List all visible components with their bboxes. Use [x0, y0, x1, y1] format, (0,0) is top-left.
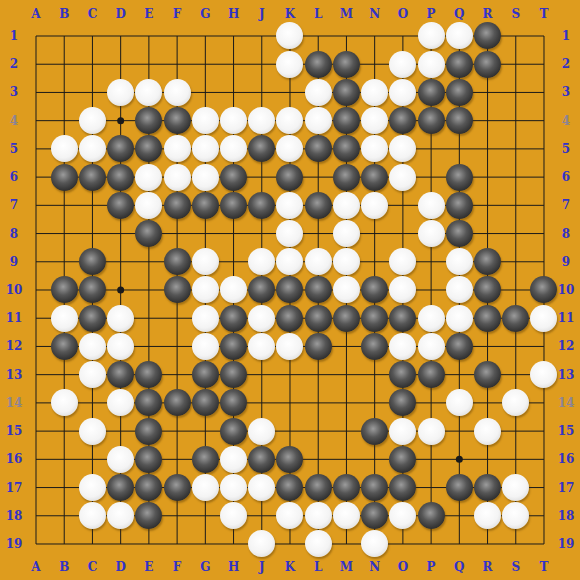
point-F14[interactable]: [163, 389, 191, 417]
point-S19[interactable]: [502, 530, 530, 558]
point-L17[interactable]: [304, 473, 332, 501]
point-J9[interactable]: [248, 248, 276, 276]
point-R17[interactable]: [473, 473, 501, 501]
point-J3[interactable]: [248, 78, 276, 106]
point-E5[interactable]: [135, 135, 163, 163]
point-F1[interactable]: [163, 22, 191, 50]
point-O5[interactable]: [389, 135, 417, 163]
point-J15[interactable]: [248, 417, 276, 445]
point-G15[interactable]: [191, 417, 219, 445]
point-S15[interactable]: [502, 417, 530, 445]
point-E14[interactable]: [135, 389, 163, 417]
point-G17[interactable]: [191, 473, 219, 501]
point-L8[interactable]: [304, 219, 332, 247]
point-N17[interactable]: [361, 473, 389, 501]
point-T5[interactable]: [530, 135, 558, 163]
point-G2[interactable]: [191, 50, 219, 78]
point-F8[interactable]: [163, 219, 191, 247]
point-Q4[interactable]: [445, 107, 473, 135]
point-A13[interactable]: [22, 361, 50, 389]
point-T9[interactable]: [530, 248, 558, 276]
point-N7[interactable]: [361, 191, 389, 219]
point-M8[interactable]: [332, 219, 360, 247]
point-O7[interactable]: [389, 191, 417, 219]
point-M5[interactable]: [332, 135, 360, 163]
point-P10[interactable]: [417, 276, 445, 304]
point-A9[interactable]: [22, 248, 50, 276]
point-E1[interactable]: [135, 22, 163, 50]
point-D11[interactable]: [107, 304, 135, 332]
point-J1[interactable]: [248, 22, 276, 50]
point-A17[interactable]: [22, 473, 50, 501]
point-K19[interactable]: [276, 530, 304, 558]
point-B15[interactable]: [50, 417, 78, 445]
point-A2[interactable]: [22, 50, 50, 78]
point-G6[interactable]: [191, 163, 219, 191]
point-F6[interactable]: [163, 163, 191, 191]
point-O2[interactable]: [389, 50, 417, 78]
point-G10[interactable]: [191, 276, 219, 304]
point-C6[interactable]: [78, 163, 106, 191]
point-J4[interactable]: [248, 107, 276, 135]
point-G9[interactable]: [191, 248, 219, 276]
point-J11[interactable]: [248, 304, 276, 332]
point-A1[interactable]: [22, 22, 50, 50]
point-G14[interactable]: [191, 389, 219, 417]
point-T14[interactable]: [530, 389, 558, 417]
point-B7[interactable]: [50, 191, 78, 219]
point-C16[interactable]: [78, 445, 106, 473]
point-F19[interactable]: [163, 530, 191, 558]
point-Q16[interactable]: [445, 445, 473, 473]
point-K14[interactable]: [276, 389, 304, 417]
point-P14[interactable]: [417, 389, 445, 417]
point-C13[interactable]: [78, 361, 106, 389]
point-R18[interactable]: [473, 502, 501, 530]
point-M6[interactable]: [332, 163, 360, 191]
point-N18[interactable]: [361, 502, 389, 530]
point-G11[interactable]: [191, 304, 219, 332]
point-O4[interactable]: [389, 107, 417, 135]
point-K2[interactable]: [276, 50, 304, 78]
point-E10[interactable]: [135, 276, 163, 304]
point-R19[interactable]: [473, 530, 501, 558]
point-C3[interactable]: [78, 78, 106, 106]
point-H16[interactable]: [219, 445, 247, 473]
point-N4[interactable]: [361, 107, 389, 135]
point-D7[interactable]: [107, 191, 135, 219]
point-R13[interactable]: [473, 361, 501, 389]
point-J19[interactable]: [248, 530, 276, 558]
point-O10[interactable]: [389, 276, 417, 304]
point-R3[interactable]: [473, 78, 501, 106]
point-P16[interactable]: [417, 445, 445, 473]
point-A15[interactable]: [22, 417, 50, 445]
point-D19[interactable]: [107, 530, 135, 558]
point-F3[interactable]: [163, 78, 191, 106]
point-L12[interactable]: [304, 332, 332, 360]
point-F4[interactable]: [163, 107, 191, 135]
point-T3[interactable]: [530, 78, 558, 106]
point-N2[interactable]: [361, 50, 389, 78]
point-N16[interactable]: [361, 445, 389, 473]
point-N14[interactable]: [361, 389, 389, 417]
point-K4[interactable]: [276, 107, 304, 135]
point-J2[interactable]: [248, 50, 276, 78]
point-M4[interactable]: [332, 107, 360, 135]
point-M7[interactable]: [332, 191, 360, 219]
point-E9[interactable]: [135, 248, 163, 276]
point-Q12[interactable]: [445, 332, 473, 360]
point-Q18[interactable]: [445, 502, 473, 530]
point-H1[interactable]: [219, 22, 247, 50]
point-G19[interactable]: [191, 530, 219, 558]
point-E11[interactable]: [135, 304, 163, 332]
point-D3[interactable]: [107, 78, 135, 106]
point-D1[interactable]: [107, 22, 135, 50]
point-H13[interactable]: [219, 361, 247, 389]
point-T18[interactable]: [530, 502, 558, 530]
point-Q17[interactable]: [445, 473, 473, 501]
point-D2[interactable]: [107, 50, 135, 78]
point-N13[interactable]: [361, 361, 389, 389]
point-D6[interactable]: [107, 163, 135, 191]
point-M1[interactable]: [332, 22, 360, 50]
point-D14[interactable]: [107, 389, 135, 417]
point-L1[interactable]: [304, 22, 332, 50]
point-P2[interactable]: [417, 50, 445, 78]
point-G13[interactable]: [191, 361, 219, 389]
point-H9[interactable]: [219, 248, 247, 276]
point-E15[interactable]: [135, 417, 163, 445]
point-N15[interactable]: [361, 417, 389, 445]
point-T10[interactable]: [530, 276, 558, 304]
point-A11[interactable]: [22, 304, 50, 332]
point-H7[interactable]: [219, 191, 247, 219]
point-F9[interactable]: [163, 248, 191, 276]
point-E13[interactable]: [135, 361, 163, 389]
point-S13[interactable]: [502, 361, 530, 389]
point-P8[interactable]: [417, 219, 445, 247]
point-A5[interactable]: [22, 135, 50, 163]
point-L10[interactable]: [304, 276, 332, 304]
point-Q6[interactable]: [445, 163, 473, 191]
point-T15[interactable]: [530, 417, 558, 445]
point-H8[interactable]: [219, 219, 247, 247]
point-B11[interactable]: [50, 304, 78, 332]
point-E3[interactable]: [135, 78, 163, 106]
point-O17[interactable]: [389, 473, 417, 501]
point-E6[interactable]: [135, 163, 163, 191]
point-K6[interactable]: [276, 163, 304, 191]
point-J12[interactable]: [248, 332, 276, 360]
point-A8[interactable]: [22, 219, 50, 247]
point-M3[interactable]: [332, 78, 360, 106]
point-G3[interactable]: [191, 78, 219, 106]
point-L2[interactable]: [304, 50, 332, 78]
point-L4[interactable]: [304, 107, 332, 135]
point-S14[interactable]: [502, 389, 530, 417]
point-M15[interactable]: [332, 417, 360, 445]
point-M17[interactable]: [332, 473, 360, 501]
point-C2[interactable]: [78, 50, 106, 78]
point-P19[interactable]: [417, 530, 445, 558]
point-M10[interactable]: [332, 276, 360, 304]
point-J5[interactable]: [248, 135, 276, 163]
point-H10[interactable]: [219, 276, 247, 304]
point-K18[interactable]: [276, 502, 304, 530]
point-K5[interactable]: [276, 135, 304, 163]
point-T2[interactable]: [530, 50, 558, 78]
point-B19[interactable]: [50, 530, 78, 558]
point-C17[interactable]: [78, 473, 106, 501]
point-B14[interactable]: [50, 389, 78, 417]
point-P7[interactable]: [417, 191, 445, 219]
point-R5[interactable]: [473, 135, 501, 163]
point-M19[interactable]: [332, 530, 360, 558]
point-D4[interactable]: [107, 107, 135, 135]
point-Q10[interactable]: [445, 276, 473, 304]
point-N1[interactable]: [361, 22, 389, 50]
point-P5[interactable]: [417, 135, 445, 163]
point-C8[interactable]: [78, 219, 106, 247]
point-L19[interactable]: [304, 530, 332, 558]
point-Q1[interactable]: [445, 22, 473, 50]
point-E7[interactable]: [135, 191, 163, 219]
point-K12[interactable]: [276, 332, 304, 360]
point-A7[interactable]: [22, 191, 50, 219]
point-A19[interactable]: [22, 530, 50, 558]
point-E12[interactable]: [135, 332, 163, 360]
point-H15[interactable]: [219, 417, 247, 445]
point-K11[interactable]: [276, 304, 304, 332]
point-A3[interactable]: [22, 78, 50, 106]
point-F18[interactable]: [163, 502, 191, 530]
point-H17[interactable]: [219, 473, 247, 501]
point-O3[interactable]: [389, 78, 417, 106]
point-O13[interactable]: [389, 361, 417, 389]
point-S11[interactable]: [502, 304, 530, 332]
point-G16[interactable]: [191, 445, 219, 473]
point-L6[interactable]: [304, 163, 332, 191]
point-K10[interactable]: [276, 276, 304, 304]
point-L18[interactable]: [304, 502, 332, 530]
point-S8[interactable]: [502, 219, 530, 247]
point-F5[interactable]: [163, 135, 191, 163]
point-J8[interactable]: [248, 219, 276, 247]
point-K7[interactable]: [276, 191, 304, 219]
point-R2[interactable]: [473, 50, 501, 78]
point-T16[interactable]: [530, 445, 558, 473]
point-R14[interactable]: [473, 389, 501, 417]
point-N8[interactable]: [361, 219, 389, 247]
point-H18[interactable]: [219, 502, 247, 530]
point-S7[interactable]: [502, 191, 530, 219]
point-D5[interactable]: [107, 135, 135, 163]
point-N12[interactable]: [361, 332, 389, 360]
point-E2[interactable]: [135, 50, 163, 78]
point-B2[interactable]: [50, 50, 78, 78]
point-R11[interactable]: [473, 304, 501, 332]
point-O14[interactable]: [389, 389, 417, 417]
point-S10[interactable]: [502, 276, 530, 304]
point-N6[interactable]: [361, 163, 389, 191]
point-T8[interactable]: [530, 219, 558, 247]
point-A16[interactable]: [22, 445, 50, 473]
point-A10[interactable]: [22, 276, 50, 304]
point-P1[interactable]: [417, 22, 445, 50]
point-Q15[interactable]: [445, 417, 473, 445]
point-E18[interactable]: [135, 502, 163, 530]
point-K8[interactable]: [276, 219, 304, 247]
point-H3[interactable]: [219, 78, 247, 106]
point-O9[interactable]: [389, 248, 417, 276]
point-Q14[interactable]: [445, 389, 473, 417]
point-D16[interactable]: [107, 445, 135, 473]
point-T11[interactable]: [530, 304, 558, 332]
point-E17[interactable]: [135, 473, 163, 501]
point-O1[interactable]: [389, 22, 417, 50]
point-F16[interactable]: [163, 445, 191, 473]
point-H14[interactable]: [219, 389, 247, 417]
point-R16[interactable]: [473, 445, 501, 473]
point-K1[interactable]: [276, 22, 304, 50]
point-S3[interactable]: [502, 78, 530, 106]
point-B10[interactable]: [50, 276, 78, 304]
point-R1[interactable]: [473, 22, 501, 50]
point-H5[interactable]: [219, 135, 247, 163]
point-C11[interactable]: [78, 304, 106, 332]
point-E16[interactable]: [135, 445, 163, 473]
point-S9[interactable]: [502, 248, 530, 276]
point-M13[interactable]: [332, 361, 360, 389]
point-M9[interactable]: [332, 248, 360, 276]
point-O8[interactable]: [389, 219, 417, 247]
point-D17[interactable]: [107, 473, 135, 501]
point-L9[interactable]: [304, 248, 332, 276]
point-B13[interactable]: [50, 361, 78, 389]
point-A6[interactable]: [22, 163, 50, 191]
point-G5[interactable]: [191, 135, 219, 163]
point-O15[interactable]: [389, 417, 417, 445]
point-P15[interactable]: [417, 417, 445, 445]
point-C15[interactable]: [78, 417, 106, 445]
point-O11[interactable]: [389, 304, 417, 332]
point-P4[interactable]: [417, 107, 445, 135]
point-J16[interactable]: [248, 445, 276, 473]
point-O12[interactable]: [389, 332, 417, 360]
point-M14[interactable]: [332, 389, 360, 417]
point-G18[interactable]: [191, 502, 219, 530]
point-B1[interactable]: [50, 22, 78, 50]
point-F11[interactable]: [163, 304, 191, 332]
point-R4[interactable]: [473, 107, 501, 135]
point-C10[interactable]: [78, 276, 106, 304]
point-K15[interactable]: [276, 417, 304, 445]
point-B17[interactable]: [50, 473, 78, 501]
point-J6[interactable]: [248, 163, 276, 191]
point-P12[interactable]: [417, 332, 445, 360]
point-G8[interactable]: [191, 219, 219, 247]
point-F2[interactable]: [163, 50, 191, 78]
point-L3[interactable]: [304, 78, 332, 106]
point-L5[interactable]: [304, 135, 332, 163]
point-R9[interactable]: [473, 248, 501, 276]
point-Q19[interactable]: [445, 530, 473, 558]
point-D13[interactable]: [107, 361, 135, 389]
point-J13[interactable]: [248, 361, 276, 389]
point-A18[interactable]: [22, 502, 50, 530]
point-T1[interactable]: [530, 22, 558, 50]
point-P17[interactable]: [417, 473, 445, 501]
point-H6[interactable]: [219, 163, 247, 191]
point-J18[interactable]: [248, 502, 276, 530]
point-M16[interactable]: [332, 445, 360, 473]
point-J7[interactable]: [248, 191, 276, 219]
point-Q9[interactable]: [445, 248, 473, 276]
point-N9[interactable]: [361, 248, 389, 276]
point-K9[interactable]: [276, 248, 304, 276]
point-M11[interactable]: [332, 304, 360, 332]
point-C7[interactable]: [78, 191, 106, 219]
point-D9[interactable]: [107, 248, 135, 276]
point-Q8[interactable]: [445, 219, 473, 247]
point-J17[interactable]: [248, 473, 276, 501]
point-C1[interactable]: [78, 22, 106, 50]
point-N3[interactable]: [361, 78, 389, 106]
point-Q13[interactable]: [445, 361, 473, 389]
point-M12[interactable]: [332, 332, 360, 360]
point-C14[interactable]: [78, 389, 106, 417]
point-C12[interactable]: [78, 332, 106, 360]
point-D18[interactable]: [107, 502, 135, 530]
point-J14[interactable]: [248, 389, 276, 417]
point-S5[interactable]: [502, 135, 530, 163]
point-G1[interactable]: [191, 22, 219, 50]
point-F15[interactable]: [163, 417, 191, 445]
point-S12[interactable]: [502, 332, 530, 360]
point-E8[interactable]: [135, 219, 163, 247]
point-B6[interactable]: [50, 163, 78, 191]
point-G4[interactable]: [191, 107, 219, 135]
point-T19[interactable]: [530, 530, 558, 558]
point-K3[interactable]: [276, 78, 304, 106]
point-B5[interactable]: [50, 135, 78, 163]
point-H19[interactable]: [219, 530, 247, 558]
point-L11[interactable]: [304, 304, 332, 332]
point-O19[interactable]: [389, 530, 417, 558]
point-G12[interactable]: [191, 332, 219, 360]
point-T4[interactable]: [530, 107, 558, 135]
point-H2[interactable]: [219, 50, 247, 78]
point-L14[interactable]: [304, 389, 332, 417]
point-C18[interactable]: [78, 502, 106, 530]
point-P13[interactable]: [417, 361, 445, 389]
point-H11[interactable]: [219, 304, 247, 332]
point-F12[interactable]: [163, 332, 191, 360]
point-R6[interactable]: [473, 163, 501, 191]
point-Q11[interactable]: [445, 304, 473, 332]
point-R15[interactable]: [473, 417, 501, 445]
point-C4[interactable]: [78, 107, 106, 135]
point-J10[interactable]: [248, 276, 276, 304]
point-F13[interactable]: [163, 361, 191, 389]
point-E4[interactable]: [135, 107, 163, 135]
point-B9[interactable]: [50, 248, 78, 276]
point-O6[interactable]: [389, 163, 417, 191]
point-S1[interactable]: [502, 22, 530, 50]
point-N10[interactable]: [361, 276, 389, 304]
